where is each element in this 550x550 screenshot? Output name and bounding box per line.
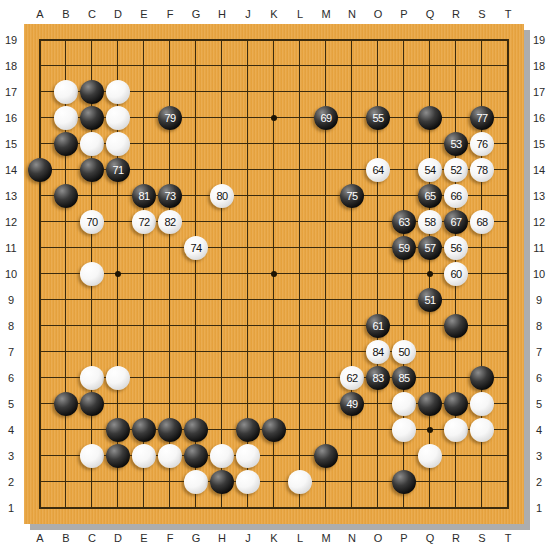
cell-N12[interactable] (339, 209, 365, 235)
cell-H12[interactable] (209, 209, 235, 235)
cell-F14[interactable] (157, 157, 183, 183)
cell-K12[interactable] (261, 209, 287, 235)
cell-G3[interactable] (183, 443, 209, 469)
cell-B17[interactable] (53, 79, 79, 105)
cell-R13[interactable]: 66 (443, 183, 469, 209)
cell-J12[interactable] (235, 209, 261, 235)
cell-J19[interactable] (235, 27, 261, 53)
cell-Q6[interactable] (417, 365, 443, 391)
cell-D10[interactable] (105, 261, 131, 287)
cell-L12[interactable] (287, 209, 313, 235)
cell-Q15[interactable] (417, 131, 443, 157)
cell-P13[interactable] (391, 183, 417, 209)
cell-A7[interactable] (27, 339, 53, 365)
cell-K11[interactable] (261, 235, 287, 261)
cell-E17[interactable] (131, 79, 157, 105)
cell-D5[interactable] (105, 391, 131, 417)
cell-P5[interactable] (391, 391, 417, 417)
cell-H14[interactable] (209, 157, 235, 183)
cell-N16[interactable] (339, 105, 365, 131)
cell-J1[interactable] (235, 495, 261, 521)
cell-P17[interactable] (391, 79, 417, 105)
cell-P19[interactable] (391, 27, 417, 53)
cell-R14[interactable]: 52 (443, 157, 469, 183)
cell-T2[interactable] (495, 469, 521, 495)
cell-M16[interactable]: 69 (313, 105, 339, 131)
cell-O3[interactable] (365, 443, 391, 469)
cell-G10[interactable] (183, 261, 209, 287)
cell-G11[interactable]: 74 (183, 235, 209, 261)
cell-S16[interactable]: 77 (469, 105, 495, 131)
cell-T13[interactable] (495, 183, 521, 209)
cell-R3[interactable] (443, 443, 469, 469)
cell-N17[interactable] (339, 79, 365, 105)
cell-O17[interactable] (365, 79, 391, 105)
cell-O13[interactable] (365, 183, 391, 209)
cell-A1[interactable] (27, 495, 53, 521)
cell-L10[interactable] (287, 261, 313, 287)
cell-J5[interactable] (235, 391, 261, 417)
cell-T14[interactable] (495, 157, 521, 183)
cell-S13[interactable] (469, 183, 495, 209)
cell-F13[interactable]: 73 (157, 183, 183, 209)
cell-J4[interactable] (235, 417, 261, 443)
cell-H19[interactable] (209, 27, 235, 53)
cell-M4[interactable] (313, 417, 339, 443)
cell-S3[interactable] (469, 443, 495, 469)
cell-F6[interactable] (157, 365, 183, 391)
cell-Q7[interactable] (417, 339, 443, 365)
cell-K13[interactable] (261, 183, 287, 209)
cell-B5[interactable] (53, 391, 79, 417)
cell-A8[interactable] (27, 313, 53, 339)
cell-E10[interactable] (131, 261, 157, 287)
cell-Q14[interactable]: 54 (417, 157, 443, 183)
cell-B12[interactable] (53, 209, 79, 235)
cell-R1[interactable] (443, 495, 469, 521)
cell-N13[interactable]: 75 (339, 183, 365, 209)
cell-A10[interactable] (27, 261, 53, 287)
cell-P10[interactable] (391, 261, 417, 287)
cell-D2[interactable] (105, 469, 131, 495)
cell-K1[interactable] (261, 495, 287, 521)
cell-L19[interactable] (287, 27, 313, 53)
cell-K8[interactable] (261, 313, 287, 339)
cell-S19[interactable] (469, 27, 495, 53)
cell-R15[interactable]: 53 (443, 131, 469, 157)
cell-A4[interactable] (27, 417, 53, 443)
cell-N7[interactable] (339, 339, 365, 365)
cell-B9[interactable] (53, 287, 79, 313)
cell-E9[interactable] (131, 287, 157, 313)
cell-A13[interactable] (27, 183, 53, 209)
cell-L18[interactable] (287, 53, 313, 79)
cell-G9[interactable] (183, 287, 209, 313)
cell-G18[interactable] (183, 53, 209, 79)
cell-N15[interactable] (339, 131, 365, 157)
cell-H7[interactable] (209, 339, 235, 365)
cell-P14[interactable] (391, 157, 417, 183)
cell-O18[interactable] (365, 53, 391, 79)
cell-C8[interactable] (79, 313, 105, 339)
cell-E19[interactable] (131, 27, 157, 53)
cell-R4[interactable] (443, 417, 469, 443)
cell-A3[interactable] (27, 443, 53, 469)
cell-D15[interactable] (105, 131, 131, 157)
cell-C12[interactable]: 70 (79, 209, 105, 235)
cell-L8[interactable] (287, 313, 313, 339)
cell-R17[interactable] (443, 79, 469, 105)
cell-S15[interactable]: 76 (469, 131, 495, 157)
cell-L14[interactable] (287, 157, 313, 183)
cell-D12[interactable] (105, 209, 131, 235)
cell-H18[interactable] (209, 53, 235, 79)
cell-O8[interactable]: 61 (365, 313, 391, 339)
cell-O19[interactable] (365, 27, 391, 53)
cell-P8[interactable] (391, 313, 417, 339)
cell-P3[interactable] (391, 443, 417, 469)
cell-N18[interactable] (339, 53, 365, 79)
cell-T19[interactable] (495, 27, 521, 53)
cell-H8[interactable] (209, 313, 235, 339)
cell-N5[interactable]: 49 (339, 391, 365, 417)
cell-Q8[interactable] (417, 313, 443, 339)
cell-F3[interactable] (157, 443, 183, 469)
cell-L5[interactable] (287, 391, 313, 417)
cell-G19[interactable] (183, 27, 209, 53)
cell-O5[interactable] (365, 391, 391, 417)
cell-F15[interactable] (157, 131, 183, 157)
cell-O16[interactable]: 55 (365, 105, 391, 131)
cell-D11[interactable] (105, 235, 131, 261)
cell-P11[interactable]: 59 (391, 235, 417, 261)
cell-T16[interactable] (495, 105, 521, 131)
cell-T8[interactable] (495, 313, 521, 339)
cell-F12[interactable]: 82 (157, 209, 183, 235)
cell-M12[interactable] (313, 209, 339, 235)
cell-R12[interactable]: 67 (443, 209, 469, 235)
cell-C16[interactable] (79, 105, 105, 131)
cell-R7[interactable] (443, 339, 469, 365)
cell-A6[interactable] (27, 365, 53, 391)
cell-B8[interactable] (53, 313, 79, 339)
cell-P15[interactable] (391, 131, 417, 157)
cell-A18[interactable] (27, 53, 53, 79)
cell-S9[interactable] (469, 287, 495, 313)
cell-C19[interactable] (79, 27, 105, 53)
cell-N6[interactable]: 62 (339, 365, 365, 391)
cell-R11[interactable]: 56 (443, 235, 469, 261)
cell-B14[interactable] (53, 157, 79, 183)
cell-G16[interactable] (183, 105, 209, 131)
cell-L15[interactable] (287, 131, 313, 157)
cell-M6[interactable] (313, 365, 339, 391)
cell-K2[interactable] (261, 469, 287, 495)
cell-D4[interactable] (105, 417, 131, 443)
cell-O7[interactable]: 84 (365, 339, 391, 365)
cell-B2[interactable] (53, 469, 79, 495)
cell-F11[interactable] (157, 235, 183, 261)
cell-C1[interactable] (79, 495, 105, 521)
cell-S6[interactable] (469, 365, 495, 391)
cell-S12[interactable]: 68 (469, 209, 495, 235)
cell-L3[interactable] (287, 443, 313, 469)
cell-L6[interactable] (287, 365, 313, 391)
cell-E6[interactable] (131, 365, 157, 391)
cell-K9[interactable] (261, 287, 287, 313)
cell-A16[interactable] (27, 105, 53, 131)
cell-M19[interactable] (313, 27, 339, 53)
cell-M18[interactable] (313, 53, 339, 79)
cell-J11[interactable] (235, 235, 261, 261)
cell-C9[interactable] (79, 287, 105, 313)
cell-E4[interactable] (131, 417, 157, 443)
cell-G13[interactable] (183, 183, 209, 209)
cell-K6[interactable] (261, 365, 287, 391)
cell-R19[interactable] (443, 27, 469, 53)
cell-J6[interactable] (235, 365, 261, 391)
cell-N14[interactable] (339, 157, 365, 183)
cell-E2[interactable] (131, 469, 157, 495)
cell-E15[interactable] (131, 131, 157, 157)
cell-T10[interactable] (495, 261, 521, 287)
cell-H15[interactable] (209, 131, 235, 157)
cell-C4[interactable] (79, 417, 105, 443)
cell-G8[interactable] (183, 313, 209, 339)
cell-Q16[interactable] (417, 105, 443, 131)
cell-M13[interactable] (313, 183, 339, 209)
cell-Q11[interactable]: 57 (417, 235, 443, 261)
cell-F5[interactable] (157, 391, 183, 417)
cell-S5[interactable] (469, 391, 495, 417)
cell-T12[interactable] (495, 209, 521, 235)
cell-E12[interactable]: 72 (131, 209, 157, 235)
cell-K5[interactable] (261, 391, 287, 417)
cell-J16[interactable] (235, 105, 261, 131)
cell-D19[interactable] (105, 27, 131, 53)
cell-P18[interactable] (391, 53, 417, 79)
cell-L4[interactable] (287, 417, 313, 443)
cell-F7[interactable] (157, 339, 183, 365)
cell-N19[interactable] (339, 27, 365, 53)
cell-S7[interactable] (469, 339, 495, 365)
cell-L17[interactable] (287, 79, 313, 105)
cell-N3[interactable] (339, 443, 365, 469)
cell-T18[interactable] (495, 53, 521, 79)
cell-C14[interactable] (79, 157, 105, 183)
cell-A15[interactable] (27, 131, 53, 157)
cell-T15[interactable] (495, 131, 521, 157)
cell-S4[interactable] (469, 417, 495, 443)
cell-C5[interactable] (79, 391, 105, 417)
cell-F8[interactable] (157, 313, 183, 339)
cell-K10[interactable] (261, 261, 287, 287)
cell-D18[interactable] (105, 53, 131, 79)
cell-L1[interactable] (287, 495, 313, 521)
cell-M7[interactable] (313, 339, 339, 365)
cell-Q13[interactable]: 65 (417, 183, 443, 209)
cell-M17[interactable] (313, 79, 339, 105)
cell-O14[interactable]: 64 (365, 157, 391, 183)
cell-F1[interactable] (157, 495, 183, 521)
cell-M9[interactable] (313, 287, 339, 313)
cell-A5[interactable] (27, 391, 53, 417)
cell-M3[interactable] (313, 443, 339, 469)
cell-B7[interactable] (53, 339, 79, 365)
cell-C17[interactable] (79, 79, 105, 105)
cell-P4[interactable] (391, 417, 417, 443)
cell-D3[interactable] (105, 443, 131, 469)
cell-Q12[interactable]: 58 (417, 209, 443, 235)
cell-L16[interactable] (287, 105, 313, 131)
cell-O12[interactable] (365, 209, 391, 235)
cell-Q4[interactable] (417, 417, 443, 443)
cell-B18[interactable] (53, 53, 79, 79)
cell-R2[interactable] (443, 469, 469, 495)
cell-C2[interactable] (79, 469, 105, 495)
cell-O4[interactable] (365, 417, 391, 443)
cell-G7[interactable] (183, 339, 209, 365)
cell-C11[interactable] (79, 235, 105, 261)
cell-Q19[interactable] (417, 27, 443, 53)
cell-M8[interactable] (313, 313, 339, 339)
cell-F2[interactable] (157, 469, 183, 495)
cell-R8[interactable] (443, 313, 469, 339)
cell-A2[interactable] (27, 469, 53, 495)
cell-M1[interactable] (313, 495, 339, 521)
cell-N10[interactable] (339, 261, 365, 287)
cell-D1[interactable] (105, 495, 131, 521)
cell-G17[interactable] (183, 79, 209, 105)
cell-O15[interactable] (365, 131, 391, 157)
cell-F9[interactable] (157, 287, 183, 313)
cell-G1[interactable] (183, 495, 209, 521)
cell-K16[interactable] (261, 105, 287, 131)
cell-O11[interactable] (365, 235, 391, 261)
cell-N11[interactable] (339, 235, 365, 261)
cell-T1[interactable] (495, 495, 521, 521)
cell-A12[interactable] (27, 209, 53, 235)
cell-Q3[interactable] (417, 443, 443, 469)
cell-T17[interactable] (495, 79, 521, 105)
cell-K15[interactable] (261, 131, 287, 157)
cell-B4[interactable] (53, 417, 79, 443)
cell-D14[interactable]: 71 (105, 157, 131, 183)
cell-J13[interactable] (235, 183, 261, 209)
cell-B1[interactable] (53, 495, 79, 521)
cell-A17[interactable] (27, 79, 53, 105)
cell-M11[interactable] (313, 235, 339, 261)
cell-F17[interactable] (157, 79, 183, 105)
cell-K18[interactable] (261, 53, 287, 79)
cell-M15[interactable] (313, 131, 339, 157)
cell-C18[interactable] (79, 53, 105, 79)
cell-Q2[interactable] (417, 469, 443, 495)
cell-H3[interactable] (209, 443, 235, 469)
cell-A19[interactable] (27, 27, 53, 53)
cell-J17[interactable] (235, 79, 261, 105)
cell-J3[interactable] (235, 443, 261, 469)
cell-Q10[interactable] (417, 261, 443, 287)
cell-C13[interactable] (79, 183, 105, 209)
cell-S2[interactable] (469, 469, 495, 495)
cell-J8[interactable] (235, 313, 261, 339)
cell-H17[interactable] (209, 79, 235, 105)
cell-D16[interactable] (105, 105, 131, 131)
cell-H9[interactable] (209, 287, 235, 313)
cell-R10[interactable]: 60 (443, 261, 469, 287)
cell-A11[interactable] (27, 235, 53, 261)
cell-T3[interactable] (495, 443, 521, 469)
cell-E5[interactable] (131, 391, 157, 417)
cell-N1[interactable] (339, 495, 365, 521)
cell-P12[interactable]: 63 (391, 209, 417, 235)
cell-T9[interactable] (495, 287, 521, 313)
cell-D8[interactable] (105, 313, 131, 339)
cell-A14[interactable] (27, 157, 53, 183)
cell-T5[interactable] (495, 391, 521, 417)
cell-G12[interactable] (183, 209, 209, 235)
cell-Q18[interactable] (417, 53, 443, 79)
cell-R6[interactable] (443, 365, 469, 391)
cell-Q17[interactable] (417, 79, 443, 105)
cell-J9[interactable] (235, 287, 261, 313)
cell-E18[interactable] (131, 53, 157, 79)
cell-T11[interactable] (495, 235, 521, 261)
cell-J15[interactable] (235, 131, 261, 157)
cell-S17[interactable] (469, 79, 495, 105)
cell-J7[interactable] (235, 339, 261, 365)
cell-B3[interactable] (53, 443, 79, 469)
cell-D13[interactable] (105, 183, 131, 209)
cell-S1[interactable] (469, 495, 495, 521)
cell-K17[interactable] (261, 79, 287, 105)
cell-Q1[interactable] (417, 495, 443, 521)
cell-E7[interactable] (131, 339, 157, 365)
cell-N2[interactable] (339, 469, 365, 495)
cell-E14[interactable] (131, 157, 157, 183)
cell-R9[interactable] (443, 287, 469, 313)
cell-T6[interactable] (495, 365, 521, 391)
cell-O1[interactable] (365, 495, 391, 521)
cell-S11[interactable] (469, 235, 495, 261)
cell-F4[interactable] (157, 417, 183, 443)
cell-S18[interactable] (469, 53, 495, 79)
cell-K19[interactable] (261, 27, 287, 53)
cell-G14[interactable] (183, 157, 209, 183)
cell-Q9[interactable]: 51 (417, 287, 443, 313)
cell-B16[interactable] (53, 105, 79, 131)
cell-F19[interactable] (157, 27, 183, 53)
cell-P7[interactable]: 50 (391, 339, 417, 365)
cell-O10[interactable] (365, 261, 391, 287)
cell-L13[interactable] (287, 183, 313, 209)
cell-R16[interactable] (443, 105, 469, 131)
cell-E1[interactable] (131, 495, 157, 521)
cell-G2[interactable] (183, 469, 209, 495)
cell-S14[interactable]: 78 (469, 157, 495, 183)
cell-G6[interactable] (183, 365, 209, 391)
cell-N9[interactable] (339, 287, 365, 313)
cell-E13[interactable]: 81 (131, 183, 157, 209)
cell-J10[interactable] (235, 261, 261, 287)
cell-T7[interactable] (495, 339, 521, 365)
cell-D7[interactable] (105, 339, 131, 365)
cell-K3[interactable] (261, 443, 287, 469)
cell-F18[interactable] (157, 53, 183, 79)
cell-Q5[interactable] (417, 391, 443, 417)
cell-P6[interactable]: 85 (391, 365, 417, 391)
